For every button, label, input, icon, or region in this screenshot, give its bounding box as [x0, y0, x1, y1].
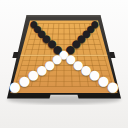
go-board-product-photo: ●●●●●●●●●●●●●●●●●●●●●●●●● — [0, 0, 128, 128]
hoshi-point — [85, 70, 86, 71]
hoshi-point — [81, 39, 82, 40]
hoshi-point — [41, 70, 42, 71]
frame-top-highlight — [27, 15, 101, 17]
go-board — [0, 0, 128, 128]
hoshi-point — [46, 39, 47, 40]
